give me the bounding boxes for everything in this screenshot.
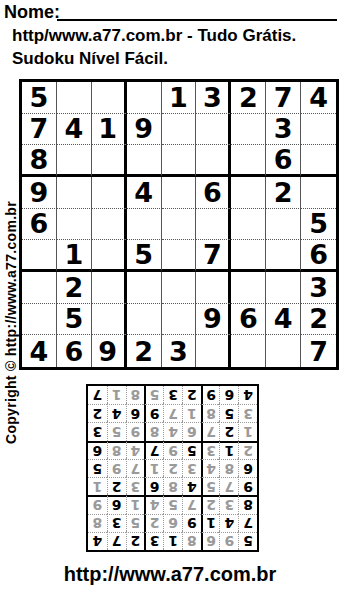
- puzzle-cell-r1c1[interactable]: 5: [22, 82, 57, 114]
- footer-url: http://www.a77.com.br: [0, 563, 340, 586]
- solution-cell-r6c7: 4: [126, 441, 145, 459]
- puzzle-cell-r7c6[interactable]: [196, 272, 231, 304]
- solution-cell-r3c3: 2: [201, 495, 220, 513]
- puzzle-cell-r3c7[interactable]: [231, 145, 266, 177]
- puzzle-cell-r3c2[interactable]: [57, 145, 92, 177]
- solution-cell-r7c2: 2: [219, 422, 238, 440]
- solution-cell-r6c2: 1: [219, 441, 238, 459]
- puzzle-cell-r8c1[interactable]: [22, 304, 57, 336]
- solution-cell-r7c6: 8: [144, 422, 163, 440]
- puzzle-cell-r6c3[interactable]: [92, 240, 127, 272]
- puzzle-cell-r6c6[interactable]: 7: [196, 240, 231, 272]
- solution-cell-r4c2: 7: [219, 477, 238, 495]
- puzzle-cell-r2c1[interactable]: 7: [22, 114, 57, 146]
- puzzle-cell-r5c2[interactable]: [57, 209, 92, 241]
- solution-cell-r5c1: 6: [238, 459, 257, 477]
- solution-cell-r5c6: 1: [144, 459, 163, 477]
- solution-cell-r4c7: 3: [126, 477, 145, 495]
- solution-cell-r8c8: 4: [107, 404, 126, 422]
- puzzle-cell-r2c9[interactable]: [301, 114, 336, 146]
- puzzle-cell-r5c8[interactable]: [266, 209, 301, 241]
- puzzle-cell-r5c6[interactable]: [196, 209, 231, 241]
- puzzle-cell-r6c9[interactable]: 6: [301, 240, 336, 272]
- solution-cell-r7c3: 7: [201, 422, 220, 440]
- puzzle-cell-r6c4[interactable]: 5: [127, 240, 162, 272]
- sudoku-solution-grid-rotated: 5968132747419625388327541699754863216843…: [86, 384, 259, 552]
- puzzle-cell-r9c4[interactable]: 2: [127, 335, 162, 367]
- puzzle-cell-r4c5[interactable]: [162, 177, 197, 209]
- puzzle-cell-r1c5[interactable]: 1: [162, 82, 197, 114]
- puzzle-cell-r9c1[interactable]: 4: [22, 335, 57, 367]
- solution-cell-r2c7: 5: [126, 514, 145, 532]
- puzzle-cell-r1c2[interactable]: [57, 82, 92, 114]
- puzzle-cell-r4c1[interactable]: 9: [22, 177, 57, 209]
- solution-cell-r1c4: 8: [182, 532, 201, 550]
- puzzle-cell-r1c4[interactable]: [127, 82, 162, 114]
- solution-cell-r5c3: 4: [201, 459, 220, 477]
- solution-cell-r8c7: 6: [126, 404, 145, 422]
- solution-cell-r1c8: 7: [107, 532, 126, 550]
- puzzle-cell-r1c3[interactable]: [92, 82, 127, 114]
- sudoku-puzzle-grid: 513274741938694626515762359642469237: [19, 79, 339, 370]
- puzzle-cell-r9c8[interactable]: [266, 335, 301, 367]
- solution-cell-r4c5: 8: [163, 477, 182, 495]
- puzzle-cell-r7c8[interactable]: [266, 272, 301, 304]
- solution-cell-r3c5: 5: [163, 495, 182, 513]
- puzzle-cell-r9c2[interactable]: 6: [57, 335, 92, 367]
- solution-cell-r7c9: 3: [88, 422, 107, 440]
- solution-cell-r7c7: 9: [126, 422, 145, 440]
- solution-cell-r9c2: 6: [219, 386, 238, 404]
- solution-cell-r1c9: 4: [88, 532, 107, 550]
- puzzle-cell-r5c4[interactable]: [127, 209, 162, 241]
- solution-cell-r5c4: 3: [182, 459, 201, 477]
- puzzle-cell-r4c3[interactable]: [92, 177, 127, 209]
- solution-cell-r1c5: 1: [163, 532, 182, 550]
- solution-cell-r2c9: 8: [88, 514, 107, 532]
- puzzle-cell-r7c3[interactable]: [92, 272, 127, 304]
- solution-cell-r4c4: 4: [182, 477, 201, 495]
- solution-cell-r2c3: 1: [201, 514, 220, 532]
- solution-cell-r8c3: 8: [201, 404, 220, 422]
- name-blank-line: [57, 19, 337, 21]
- solution-cell-r7c8: 5: [107, 422, 126, 440]
- puzzle-cell-r2c3[interactable]: 1: [92, 114, 127, 146]
- puzzle-cell-r8c2[interactable]: 5: [57, 304, 92, 336]
- puzzle-cell-r2c6[interactable]: [196, 114, 231, 146]
- puzzle-cell-r2c8[interactable]: 3: [266, 114, 301, 146]
- puzzle-cell-r3c6[interactable]: [196, 145, 231, 177]
- puzzle-cell-r8c6[interactable]: 9: [196, 304, 231, 336]
- puzzle-cell-r4c7[interactable]: [231, 177, 266, 209]
- solution-cell-r7c5: 4: [163, 422, 182, 440]
- solution-cell-r9c6: 5: [144, 386, 163, 404]
- solution-cell-r9c1: 4: [238, 386, 257, 404]
- puzzle-cell-r2c7[interactable]: [231, 114, 266, 146]
- solution-cell-r4c1: 9: [238, 477, 257, 495]
- puzzle-cell-r4c8[interactable]: 2: [266, 177, 301, 209]
- puzzle-cell-r9c3[interactable]: 9: [92, 335, 127, 367]
- puzzle-cell-r5c7[interactable]: [231, 209, 266, 241]
- puzzle-cell-r1c7[interactable]: 2: [231, 82, 266, 114]
- puzzle-cell-r8c5[interactable]: [162, 304, 197, 336]
- puzzle-cell-r5c9[interactable]: 5: [301, 209, 336, 241]
- puzzle-cell-r8c4[interactable]: [127, 304, 162, 336]
- puzzle-cell-r4c2[interactable]: [57, 177, 92, 209]
- solution-cell-r9c7: 8: [126, 386, 145, 404]
- solution-cell-r6c3: 3: [201, 441, 220, 459]
- puzzle-cell-r2c4[interactable]: 9: [127, 114, 162, 146]
- solution-cell-r8c4: 1: [182, 404, 201, 422]
- puzzle-cell-r4c9[interactable]: [301, 177, 336, 209]
- solution-cell-r5c9: 5: [88, 459, 107, 477]
- solution-cell-r2c6: 2: [144, 514, 163, 532]
- solution-cell-r7c1: 1: [238, 422, 257, 440]
- solution-cell-r3c9: 9: [88, 495, 107, 513]
- solution-cell-r8c5: 7: [163, 404, 182, 422]
- solution-cell-r9c8: 1: [107, 386, 126, 404]
- solution-cell-r6c6: 7: [144, 441, 163, 459]
- solution-cell-r9c5: 3: [163, 386, 182, 404]
- puzzle-cell-r4c6[interactable]: 6: [196, 177, 231, 209]
- puzzle-cell-r3c8[interactable]: 6: [266, 145, 301, 177]
- solution-cell-r7c4: 6: [182, 422, 201, 440]
- puzzle-cell-r2c2[interactable]: 4: [57, 114, 92, 146]
- solution-cell-r3c2: 3: [219, 495, 238, 513]
- solution-cell-r3c6: 4: [144, 495, 163, 513]
- solution-cell-r3c8: 6: [107, 495, 126, 513]
- puzzle-cell-r7c7[interactable]: [231, 272, 266, 304]
- solution-cell-r4c6: 6: [144, 477, 163, 495]
- puzzle-cell-r8c3[interactable]: [92, 304, 127, 336]
- name-label: Nome:: [4, 2, 60, 23]
- solution-cell-r5c8: 9: [107, 459, 126, 477]
- solution-cell-r3c1: 8: [238, 495, 257, 513]
- puzzle-cell-r6c7[interactable]: [231, 240, 266, 272]
- puzzle-cell-r7c5[interactable]: [162, 272, 197, 304]
- solution-cell-r6c9: 6: [88, 441, 107, 459]
- puzzle-cell-r9c5[interactable]: 3: [162, 335, 197, 367]
- solution-cell-r2c5: 6: [163, 514, 182, 532]
- solution-cell-r3c7: 1: [126, 495, 145, 513]
- site-tagline: http/www.a77.com.br - Tudo Grátis.: [12, 26, 296, 46]
- puzzle-cell-r9c7[interactable]: [231, 335, 266, 367]
- puzzle-cell-r9c9[interactable]: 7: [301, 335, 336, 367]
- solution-cell-r1c3: 6: [201, 532, 220, 550]
- solution-cell-r5c5: 2: [163, 459, 182, 477]
- puzzle-cell-r6c5[interactable]: [162, 240, 197, 272]
- solution-cell-r8c2: 5: [219, 404, 238, 422]
- solution-cell-r6c1: 2: [238, 441, 257, 459]
- puzzle-cell-r7c1[interactable]: [22, 272, 57, 304]
- puzzle-cell-r3c4[interactable]: [127, 145, 162, 177]
- solution-cell-r9c3: 9: [201, 386, 220, 404]
- solution-cell-r6c8: 8: [107, 441, 126, 459]
- solution-cell-r4c8: 2: [107, 477, 126, 495]
- solution-cell-r2c4: 9: [182, 514, 201, 532]
- solution-cell-r8c9: 2: [88, 404, 107, 422]
- solution-cell-r4c9: 1: [88, 477, 107, 495]
- solution-cell-r2c8: 3: [107, 514, 126, 532]
- solution-cell-r4c3: 5: [201, 477, 220, 495]
- puzzle-cell-r7c4[interactable]: [127, 272, 162, 304]
- puzzle-cell-r3c5[interactable]: [162, 145, 197, 177]
- puzzle-cell-r1c9[interactable]: 4: [301, 82, 336, 114]
- puzzle-cell-r1c6[interactable]: 3: [196, 82, 231, 114]
- solution-cell-r2c2: 4: [219, 514, 238, 532]
- puzzle-cell-r3c3[interactable]: [92, 145, 127, 177]
- puzzle-cell-r3c9[interactable]: [301, 145, 336, 177]
- puzzle-cell-r7c9[interactable]: 3: [301, 272, 336, 304]
- puzzle-cell-r8c8[interactable]: 4: [266, 304, 301, 336]
- solution-cell-r1c6: 3: [144, 532, 163, 550]
- puzzle-cell-r8c9[interactable]: 2: [301, 304, 336, 336]
- puzzle-cell-r5c1[interactable]: 6: [22, 209, 57, 241]
- puzzle-level-title: Sudoku Nível Fácil.: [12, 49, 168, 69]
- puzzle-cell-r8c7[interactable]: 6: [231, 304, 266, 336]
- puzzle-cell-r6c8[interactable]: [266, 240, 301, 272]
- puzzle-cell-r6c2[interactable]: 1: [57, 240, 92, 272]
- puzzle-cell-r1c8[interactable]: 7: [266, 82, 301, 114]
- solution-cell-r1c1: 5: [238, 532, 257, 550]
- solution-cell-r6c5: 9: [163, 441, 182, 459]
- solution-cell-r5c7: 7: [126, 459, 145, 477]
- copyright-vertical-text: Copyright © http://www.a77.com.br: [3, 134, 19, 444]
- puzzle-cell-r3c1[interactable]: 8: [22, 145, 57, 177]
- solution-cell-r8c1: 3: [238, 404, 257, 422]
- puzzle-cell-r5c5[interactable]: [162, 209, 197, 241]
- puzzle-cell-r9c6[interactable]: [196, 335, 231, 367]
- solution-cell-r9c4: 2: [182, 386, 201, 404]
- solution-cell-r1c2: 9: [219, 532, 238, 550]
- puzzle-cell-r5c3[interactable]: [92, 209, 127, 241]
- puzzle-cell-r7c2[interactable]: 2: [57, 272, 92, 304]
- puzzle-cell-r6c1[interactable]: [22, 240, 57, 272]
- puzzle-cell-r2c5[interactable]: [162, 114, 197, 146]
- solution-cell-r8c6: 9: [144, 404, 163, 422]
- solution-cell-r3c4: 7: [182, 495, 201, 513]
- solution-cell-r9c9: 7: [88, 386, 107, 404]
- solution-cell-r2c1: 7: [238, 514, 257, 532]
- solution-cell-r1c7: 2: [126, 532, 145, 550]
- puzzle-cell-r4c4[interactable]: 4: [127, 177, 162, 209]
- solution-cell-r5c2: 8: [219, 459, 238, 477]
- solution-cell-r6c4: 5: [182, 441, 201, 459]
